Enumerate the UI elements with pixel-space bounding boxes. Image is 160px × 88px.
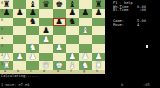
square-e8[interactable]: ♚	[53, 0, 66, 9]
rank-label-4: 4	[1, 36, 3, 40]
file-label-e: e	[53, 70, 66, 74]
file-label-g: g	[79, 70, 92, 74]
clock-value: :05	[143, 83, 150, 87]
square-d3[interactable]	[39, 44, 52, 53]
white-bishop-f1: ♝	[66, 61, 79, 70]
square-h1[interactable]: ♜	[92, 61, 105, 70]
rank-label-3: 3	[1, 44, 3, 48]
square-e5[interactable]	[53, 26, 66, 35]
square-f4[interactable]	[66, 35, 79, 44]
square-b4[interactable]	[13, 35, 26, 44]
square-d7[interactable]	[39, 9, 52, 18]
square-a5[interactable]: 5	[0, 26, 13, 35]
engine-status: Calculating......	[1, 74, 38, 78]
white-bishop-g5: ♝	[79, 26, 92, 35]
chess-app-screen: 8♜♝♛♚♝♜7♟♟♟♟♟♟6♞♟♞5♟♝4♟3♞♟2♟♟♟♟♟♟1♜♛♚♝♞♜…	[0, 0, 160, 88]
white-queen-d1: ♛	[39, 61, 52, 70]
rank-label-6: 6	[1, 18, 3, 22]
rank-label-1: 1	[1, 62, 3, 66]
black-king-e8: ♚	[53, 0, 66, 9]
white-pawn-d4: ♟	[39, 35, 52, 44]
square-c5[interactable]	[26, 26, 39, 35]
square-g7[interactable]: ♟	[79, 9, 92, 18]
square-g1[interactable]: ♞	[79, 61, 92, 70]
square-g4[interactable]	[79, 35, 92, 44]
black-pawn-h7: ♟	[92, 8, 105, 17]
square-f1[interactable]: ♝	[66, 61, 79, 70]
last-move-text: 1 move: e7-e6	[1, 83, 29, 87]
chess-board[interactable]: 8♜♝♛♚♝♜7♟♟♟♟♟♟6♞♟♞5♟♝4♟3♞♟2♟♟♟♟♟♟1♜♛♚♝♞♜	[0, 0, 105, 70]
square-f5[interactable]	[66, 26, 79, 35]
square-d1[interactable]: ♛	[39, 61, 52, 70]
square-c6[interactable]: ♞	[26, 18, 39, 27]
square-d4[interactable]: ♟	[39, 35, 52, 44]
square-g5[interactable]: ♝	[79, 26, 92, 35]
rank-label-2: 2	[1, 53, 3, 57]
white-knight-g1: ♞	[79, 61, 92, 70]
rank-label-8: 8	[1, 1, 3, 5]
black-pawn-g7: ♟	[79, 8, 92, 17]
white-rook-h1: ♜	[92, 61, 105, 70]
square-b1[interactable]	[13, 61, 26, 70]
last-move-highlight	[53, 18, 66, 27]
square-b7[interactable]: ♟	[13, 9, 26, 18]
rank-label-5: 5	[1, 27, 3, 31]
file-label-h: h	[92, 70, 105, 74]
square-h4[interactable]	[92, 35, 105, 44]
square-c2[interactable]: ♟	[26, 53, 39, 62]
rank-label-7: 7	[1, 9, 3, 13]
white-pawn-c2: ♟	[26, 52, 39, 61]
square-a4[interactable]: 4	[0, 35, 13, 44]
square-a7[interactable]: 7♟	[0, 9, 13, 18]
square-e6[interactable]: ♟	[53, 18, 66, 27]
square-e3[interactable]: ♟	[53, 44, 66, 53]
move-counter: Move: 4	[113, 23, 139, 27]
square-a6[interactable]: 6	[0, 18, 13, 27]
eval-value: 0	[121, 83, 123, 87]
square-h7[interactable]: ♟	[92, 9, 105, 18]
white-pawn-b2: ♟	[13, 52, 26, 61]
black-time: Bl.Time :00	[113, 8, 146, 12]
square-b6[interactable]	[13, 18, 26, 27]
black-knight-c6: ♞	[26, 17, 39, 26]
black-queen-d8: ♛	[39, 0, 52, 9]
square-b5[interactable]	[13, 26, 26, 35]
file-label-d: d	[39, 70, 52, 74]
white-pawn-e3: ♟	[53, 43, 66, 52]
square-a1[interactable]: 1♜	[0, 61, 13, 70]
square-b2[interactable]: ♟	[13, 53, 26, 62]
square-e1[interactable]: ♚	[53, 61, 66, 70]
white-king-e1: ♚	[53, 61, 66, 70]
file-label-f: f	[66, 70, 79, 74]
square-h6[interactable]	[92, 18, 105, 27]
square-c1[interactable]	[26, 61, 39, 70]
black-knight-f6: ♞	[66, 17, 79, 26]
black-pawn-b7: ♟	[13, 8, 26, 17]
text-cursor	[146, 45, 148, 48]
square-d8[interactable]: ♛	[39, 0, 52, 9]
square-h5[interactable]	[92, 26, 105, 35]
square-f6[interactable]: ♞	[66, 18, 79, 27]
